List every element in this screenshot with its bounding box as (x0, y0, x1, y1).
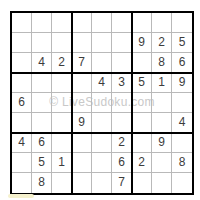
cell-r3c6[interactable] (112, 53, 132, 73)
cell-r7c1[interactable]: 4 (12, 133, 32, 153)
cell-r5c8[interactable] (152, 93, 172, 113)
cell-r7c5[interactable] (92, 133, 112, 153)
cell-r8c6[interactable]: 6 (112, 153, 132, 173)
cell-r2c9[interactable]: 5 (172, 33, 192, 53)
cell-r3c9[interactable]: 6 (172, 53, 192, 73)
cell-r9c3[interactable] (52, 173, 72, 193)
cell-r5c7[interactable] (132, 93, 152, 113)
cell-r8c9[interactable]: 8 (172, 153, 192, 173)
cell-r6c7[interactable] (132, 113, 152, 133)
cell-r9c5[interactable] (92, 173, 112, 193)
cell-r3c2[interactable]: 4 (32, 53, 52, 73)
cell-r7c2[interactable]: 6 (32, 133, 52, 153)
cell-r9c4[interactable] (72, 173, 92, 193)
watermark-artifact (8, 194, 34, 198)
cell-r4c9[interactable]: 9 (172, 73, 192, 93)
cell-r1c9[interactable] (172, 13, 192, 33)
cell-r5c5[interactable] (92, 93, 112, 113)
cell-r6c9[interactable]: 4 (172, 113, 192, 133)
cell-r8c4[interactable] (72, 153, 92, 173)
cell-r1c6[interactable] (112, 13, 132, 33)
cell-r7c4[interactable] (72, 133, 92, 153)
cell-r4c6[interactable]: 3 (112, 73, 132, 93)
cell-r8c1[interactable] (12, 153, 32, 173)
cell-r4c1[interactable] (12, 73, 32, 93)
cell-r2c5[interactable] (92, 33, 112, 53)
cell-r4c7[interactable]: 5 (132, 73, 152, 93)
sudoku-board: © LiveSudoku.com 92542786435196944629516… (10, 11, 194, 195)
cell-r2c3[interactable] (52, 33, 72, 53)
box-divider-horizontal-2 (12, 132, 192, 134)
cell-r6c3[interactable] (52, 113, 72, 133)
cell-r1c5[interactable] (92, 13, 112, 33)
box-divider-vertical-2 (131, 13, 133, 193)
cell-r5c9[interactable] (172, 93, 192, 113)
cell-r3c1[interactable] (12, 53, 32, 73)
cell-r4c5[interactable]: 4 (92, 73, 112, 93)
cell-r7c6[interactable]: 2 (112, 133, 132, 153)
sudoku-grid: 925427864351969446295162887 (12, 13, 192, 193)
cell-r1c2[interactable] (32, 13, 52, 33)
cell-r8c7[interactable]: 2 (132, 153, 152, 173)
cell-r5c4[interactable] (72, 93, 92, 113)
box-divider-vertical-1 (71, 13, 73, 193)
cell-r9c6[interactable]: 7 (112, 173, 132, 193)
cell-r7c9[interactable] (172, 133, 192, 153)
cell-r8c2[interactable]: 5 (32, 153, 52, 173)
cell-r9c9[interactable] (172, 173, 192, 193)
cell-r7c8[interactable]: 9 (152, 133, 172, 153)
cell-r2c7[interactable]: 9 (132, 33, 152, 53)
cell-r3c8[interactable]: 8 (152, 53, 172, 73)
cell-r9c2[interactable]: 8 (32, 173, 52, 193)
cell-r3c4[interactable]: 7 (72, 53, 92, 73)
cell-r6c2[interactable] (32, 113, 52, 133)
box-divider-horizontal-1 (12, 72, 192, 74)
cell-r8c8[interactable] (152, 153, 172, 173)
cell-r1c4[interactable] (72, 13, 92, 33)
cell-r2c4[interactable] (72, 33, 92, 53)
cell-r5c3[interactable] (52, 93, 72, 113)
cell-r5c6[interactable] (112, 93, 132, 113)
cell-r6c4[interactable]: 9 (72, 113, 92, 133)
cell-r8c3[interactable]: 1 (52, 153, 72, 173)
cell-r1c8[interactable] (152, 13, 172, 33)
cell-r5c1[interactable]: 6 (12, 93, 32, 113)
cell-r3c7[interactable] (132, 53, 152, 73)
cell-r8c5[interactable] (92, 153, 112, 173)
cell-r6c5[interactable] (92, 113, 112, 133)
cell-r2c1[interactable] (12, 33, 32, 53)
cell-r6c1[interactable] (12, 113, 32, 133)
page: © LiveSudoku.com 92542786435196944629516… (0, 0, 200, 200)
cell-r1c3[interactable] (52, 13, 72, 33)
cell-r3c3[interactable]: 2 (52, 53, 72, 73)
cell-r9c7[interactable] (132, 173, 152, 193)
cell-r4c3[interactable] (52, 73, 72, 93)
cell-r4c8[interactable]: 1 (152, 73, 172, 93)
cell-r7c3[interactable] (52, 133, 72, 153)
cell-r6c8[interactable] (152, 113, 172, 133)
cell-r2c2[interactable] (32, 33, 52, 53)
cell-r2c6[interactable] (112, 33, 132, 53)
cell-r1c1[interactable] (12, 13, 32, 33)
cell-r2c8[interactable]: 2 (152, 33, 172, 53)
cell-r3c5[interactable] (92, 53, 112, 73)
cell-r9c1[interactable] (12, 173, 32, 193)
cell-r9c8[interactable] (152, 173, 172, 193)
cell-r4c2[interactable] (32, 73, 52, 93)
cell-r6c6[interactable] (112, 113, 132, 133)
cell-r5c2[interactable] (32, 93, 52, 113)
cell-r7c7[interactable] (132, 133, 152, 153)
cell-r1c7[interactable] (132, 13, 152, 33)
cell-r4c4[interactable] (72, 73, 92, 93)
